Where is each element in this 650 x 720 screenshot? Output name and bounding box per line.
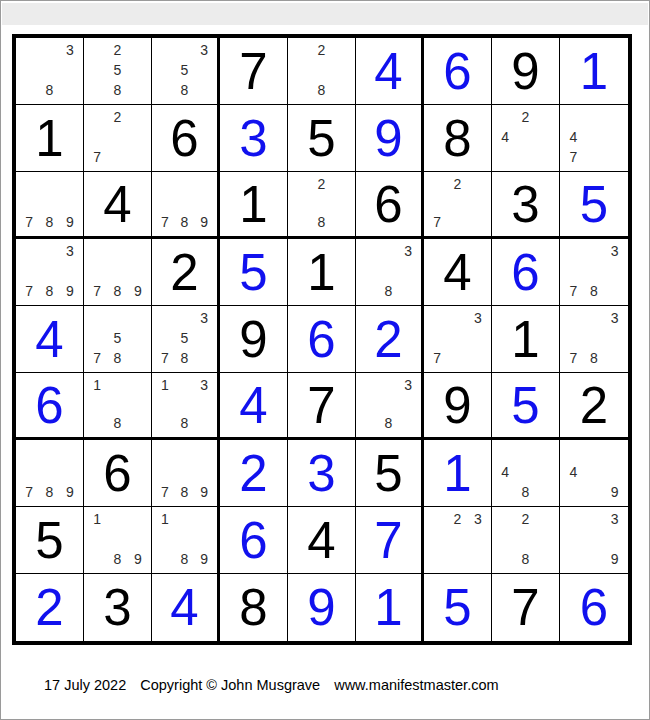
candidate-digit: 9 xyxy=(604,549,625,569)
cell-r5c2[interactable]: 578 xyxy=(84,306,152,373)
given-digit: 1 xyxy=(239,179,267,230)
cell-r2c2[interactable]: 27 xyxy=(84,105,152,172)
cell-r9c4[interactable]: 8 xyxy=(220,574,288,641)
solved-digit: 5 xyxy=(239,247,267,298)
cell-r4c8[interactable]: 6 xyxy=(492,239,560,306)
candidate-grid: 27 xyxy=(424,172,491,236)
candidate-digit: 7 xyxy=(155,213,175,232)
cell-r3c1[interactable]: 789 xyxy=(16,172,84,239)
cell-r6c5[interactable]: 7 xyxy=(288,373,356,440)
candidate-grid: 49 xyxy=(560,440,628,506)
cell-r5c9[interactable]: 378 xyxy=(560,306,628,373)
candidate-digit: 7 xyxy=(19,213,39,232)
candidate-grid: 39 xyxy=(560,507,628,573)
candidate-digit: 7 xyxy=(427,348,447,368)
candidate-digit: 1 xyxy=(87,509,107,529)
candidate-digit: 2 xyxy=(447,509,467,529)
candidate-digit: 1 xyxy=(155,375,175,394)
candidate-digit: 7 xyxy=(87,348,107,368)
candidate-grid: 189 xyxy=(152,507,217,573)
cell-r8c8[interactable]: 28 xyxy=(492,507,560,574)
candidate-digit: 7 xyxy=(19,482,39,502)
candidate-digit: 2 xyxy=(515,107,535,127)
candidate-grid: 48 xyxy=(492,440,559,506)
given-digit: 9 xyxy=(511,46,539,97)
cell-r3c7[interactable]: 27 xyxy=(424,172,492,239)
cell-r7c6[interactable]: 5 xyxy=(356,440,424,507)
cell-r9c5[interactable]: 9 xyxy=(288,574,356,641)
cell-r7c3[interactable]: 789 xyxy=(152,440,220,507)
solved-digit: 3 xyxy=(239,113,267,164)
solved-digit: 1 xyxy=(443,448,471,499)
candidate-grid: 38 xyxy=(16,38,83,104)
cell-r2c3[interactable]: 6 xyxy=(152,105,220,172)
candidate-digit: 9 xyxy=(128,549,148,569)
cell-r6c6[interactable]: 38 xyxy=(356,373,424,440)
candidate-digit: 8 xyxy=(39,482,59,502)
solved-digit: 2 xyxy=(239,448,267,499)
candidate-digit: 8 xyxy=(39,281,59,301)
candidate-digit: 8 xyxy=(107,281,127,301)
cell-r1c9[interactable]: 1 xyxy=(560,38,628,105)
candidate-digit: 3 xyxy=(194,308,214,328)
candidate-digit: 2 xyxy=(107,40,127,60)
candidate-grid: 28 xyxy=(288,38,355,104)
candidate-grid: 27 xyxy=(84,105,151,171)
candidate-grid: 789 xyxy=(152,172,217,236)
solved-digit: 4 xyxy=(239,380,267,431)
candidate-digit: 8 xyxy=(311,213,331,232)
candidate-digit: 3 xyxy=(398,375,418,394)
cell-r1c4[interactable]: 7 xyxy=(220,38,288,105)
cell-r4c7[interactable]: 4 xyxy=(424,239,492,306)
cell-r8c5[interactable]: 4 xyxy=(288,507,356,574)
candidate-digit: 7 xyxy=(87,281,107,301)
candidate-grid: 138 xyxy=(152,373,217,437)
candidate-digit: 1 xyxy=(87,375,107,394)
candidate-digit: 4 xyxy=(495,462,515,482)
candidate-digit: 9 xyxy=(60,482,80,502)
cell-r8c9[interactable]: 39 xyxy=(560,507,628,574)
cell-r5c7[interactable]: 37 xyxy=(424,306,492,373)
cell-r6c4[interactable]: 4 xyxy=(220,373,288,440)
cell-r1c1[interactable]: 38 xyxy=(16,38,84,105)
candidate-grid: 789 xyxy=(152,440,217,506)
candidate-digit: 5 xyxy=(175,328,195,348)
given-digit: 2 xyxy=(580,380,608,431)
candidate-grid: 789 xyxy=(16,440,83,506)
cell-r4c4[interactable]: 5 xyxy=(220,239,288,306)
cell-r1c8[interactable]: 9 xyxy=(492,38,560,105)
candidate-digit: 3 xyxy=(468,509,488,529)
cell-r4c3[interactable]: 2 xyxy=(152,239,220,306)
cell-r8c2[interactable]: 189 xyxy=(84,507,152,574)
candidate-grid: 378 xyxy=(560,306,628,372)
candidate-digit: 3 xyxy=(194,40,214,60)
candidate-digit: 5 xyxy=(107,60,127,80)
candidate-grid: 28 xyxy=(492,507,559,573)
cell-r8c6[interactable]: 7 xyxy=(356,507,424,574)
cell-r5c8[interactable]: 1 xyxy=(492,306,560,373)
cell-r1c3[interactable]: 358 xyxy=(152,38,220,105)
candidate-digit: 9 xyxy=(60,281,80,301)
candidate-digit: 8 xyxy=(107,549,127,569)
solved-digit: 2 xyxy=(35,582,63,633)
solved-digit: 2 xyxy=(374,314,402,365)
given-digit: 3 xyxy=(103,582,131,633)
cell-r5c5[interactable]: 6 xyxy=(288,306,356,373)
candidate-digit: 8 xyxy=(107,80,127,100)
candidate-digit: 4 xyxy=(495,127,515,147)
footer-copyright: Copyright © John Musgrave xyxy=(140,677,320,694)
cell-r5c4[interactable]: 9 xyxy=(220,306,288,373)
cell-r3c8[interactable]: 3 xyxy=(492,172,560,239)
candidate-digit: 3 xyxy=(194,375,214,394)
cell-r7c4[interactable]: 2 xyxy=(220,440,288,507)
cell-r8c7[interactable]: 23 xyxy=(424,507,492,574)
candidate-grid: 38 xyxy=(356,239,421,305)
cell-r6c8[interactable]: 5 xyxy=(492,373,560,440)
cell-r2c4[interactable]: 3 xyxy=(220,105,288,172)
cell-r9c7[interactable]: 5 xyxy=(424,574,492,641)
given-digit: 4 xyxy=(307,515,335,566)
candidate-digit: 7 xyxy=(563,281,584,301)
candidate-digit: 8 xyxy=(311,80,331,100)
candidate-grid: 3789 xyxy=(16,239,83,305)
candidate-digit: 7 xyxy=(87,147,107,167)
candidate-digit: 3 xyxy=(468,308,488,328)
candidate-digit: 8 xyxy=(175,482,195,502)
candidate-digit: 9 xyxy=(194,482,214,502)
candidate-digit: 3 xyxy=(604,509,625,529)
candidate-digit: 2 xyxy=(311,40,331,60)
footer-date: 17 July 2022 xyxy=(44,677,126,694)
candidate-digit: 8 xyxy=(175,348,195,368)
solved-digit: 7 xyxy=(374,515,402,566)
cell-r2c1[interactable]: 1 xyxy=(16,105,84,172)
cell-r9c8[interactable]: 7 xyxy=(492,574,560,641)
header-strip xyxy=(2,3,648,25)
given-digit: 2 xyxy=(170,247,198,298)
candidate-digit: 7 xyxy=(155,482,175,502)
solved-digit: 6 xyxy=(443,46,471,97)
candidate-digit: 8 xyxy=(39,213,59,232)
given-digit: 9 xyxy=(239,314,267,365)
candidate-grid: 37 xyxy=(424,306,491,372)
cell-r2c7[interactable]: 8 xyxy=(424,105,492,172)
solved-digit: 6 xyxy=(580,582,608,633)
cell-r1c5[interactable]: 28 xyxy=(288,38,356,105)
sudoku-board: 3825835872846911276359824477894789128627… xyxy=(12,34,632,645)
given-digit: 5 xyxy=(35,515,63,566)
sudoku-page: 3825835872846911276359824477894789128627… xyxy=(0,0,650,720)
candidate-digit: 7 xyxy=(427,213,447,232)
cell-r3c4[interactable]: 1 xyxy=(220,172,288,239)
candidate-digit: 8 xyxy=(175,213,195,232)
candidate-digit: 3 xyxy=(604,308,625,328)
given-digit: 6 xyxy=(374,179,402,230)
candidate-grid: 258 xyxy=(84,38,151,104)
given-digit: 1 xyxy=(511,314,539,365)
given-digit: 9 xyxy=(443,380,471,431)
candidate-digit: 3 xyxy=(604,241,625,261)
cell-r7c8[interactable]: 48 xyxy=(492,440,560,507)
candidate-digit: 9 xyxy=(194,549,214,569)
candidate-grid: 38 xyxy=(356,373,421,437)
cell-r4c2[interactable]: 789 xyxy=(84,239,152,306)
candidate-digit: 3 xyxy=(398,241,418,261)
given-digit: 7 xyxy=(307,380,335,431)
candidate-digit: 9 xyxy=(60,213,80,232)
solved-digit: 3 xyxy=(307,448,335,499)
cell-r5c6[interactable]: 2 xyxy=(356,306,424,373)
cell-r7c5[interactable]: 3 xyxy=(288,440,356,507)
cell-r6c9[interactable]: 2 xyxy=(560,373,628,440)
cell-r8c1[interactable]: 5 xyxy=(16,507,84,574)
candidate-grid: 189 xyxy=(84,507,151,573)
given-digit: 1 xyxy=(35,113,63,164)
candidate-digit: 8 xyxy=(175,80,195,100)
given-digit: 6 xyxy=(103,448,131,499)
solved-digit: 5 xyxy=(580,179,608,230)
cell-r7c2[interactable]: 6 xyxy=(84,440,152,507)
solved-digit: 6 xyxy=(307,314,335,365)
candidate-digit: 3 xyxy=(60,40,80,60)
cell-r9c3[interactable]: 4 xyxy=(152,574,220,641)
candidate-digit: 7 xyxy=(563,147,584,167)
candidate-digit: 5 xyxy=(175,60,195,80)
cell-r2c8[interactable]: 24 xyxy=(492,105,560,172)
cell-r9c6[interactable]: 1 xyxy=(356,574,424,641)
cell-r7c7[interactable]: 1 xyxy=(424,440,492,507)
solved-digit: 9 xyxy=(374,113,402,164)
candidate-digit: 8 xyxy=(175,414,195,433)
candidate-digit: 1 xyxy=(155,509,175,529)
candidate-digit: 8 xyxy=(107,414,127,433)
cell-r4c5[interactable]: 1 xyxy=(288,239,356,306)
candidate-digit: 2 xyxy=(515,509,535,529)
solved-digit: 6 xyxy=(239,515,267,566)
given-digit: 8 xyxy=(443,113,471,164)
candidate-grid: 47 xyxy=(560,105,628,171)
cell-r7c9[interactable]: 49 xyxy=(560,440,628,507)
candidate-grid: 28 xyxy=(288,172,355,236)
footer: 17 July 2022 Copyright © John Musgrave w… xyxy=(44,677,499,694)
candidate-digit: 9 xyxy=(128,281,148,301)
candidate-digit: 3 xyxy=(60,241,80,261)
candidate-grid: 578 xyxy=(84,306,151,372)
footer-website: www.manifestmaster.com xyxy=(334,677,498,694)
cell-r3c2[interactable]: 4 xyxy=(84,172,152,239)
candidate-digit: 8 xyxy=(39,80,59,100)
cell-r1c7[interactable]: 6 xyxy=(424,38,492,105)
candidate-grid: 3578 xyxy=(152,306,217,372)
solved-digit: 4 xyxy=(170,582,198,633)
cell-r1c6[interactable]: 4 xyxy=(356,38,424,105)
cell-r6c2[interactable]: 18 xyxy=(84,373,152,440)
cell-r9c2[interactable]: 3 xyxy=(84,574,152,641)
cell-r8c3[interactable]: 189 xyxy=(152,507,220,574)
candidate-digit: 2 xyxy=(107,107,127,127)
cell-r3c3[interactable]: 789 xyxy=(152,172,220,239)
cell-r3c6[interactable]: 6 xyxy=(356,172,424,239)
given-digit: 6 xyxy=(170,113,198,164)
candidate-digit: 8 xyxy=(515,482,535,502)
candidate-grid: 23 xyxy=(424,507,491,573)
candidate-digit: 7 xyxy=(155,348,175,368)
solved-digit: 1 xyxy=(580,46,608,97)
solved-digit: 5 xyxy=(443,582,471,633)
candidate-digit: 5 xyxy=(107,328,127,348)
cell-r9c9[interactable]: 6 xyxy=(560,574,628,641)
cell-r1c2[interactable]: 258 xyxy=(84,38,152,105)
solved-digit: 4 xyxy=(35,314,63,365)
given-digit: 4 xyxy=(103,179,131,230)
cell-r4c6[interactable]: 38 xyxy=(356,239,424,306)
cell-r9c1[interactable]: 2 xyxy=(16,574,84,641)
given-digit: 7 xyxy=(511,582,539,633)
candidate-grid: 789 xyxy=(84,239,151,305)
solved-digit: 1 xyxy=(374,582,402,633)
candidate-digit: 8 xyxy=(175,549,195,569)
given-digit: 5 xyxy=(307,113,335,164)
cell-r5c3[interactable]: 3578 xyxy=(152,306,220,373)
cell-r3c9[interactable]: 5 xyxy=(560,172,628,239)
cell-r2c6[interactable]: 9 xyxy=(356,105,424,172)
candidate-grid: 24 xyxy=(492,105,559,171)
candidate-digit: 9 xyxy=(604,482,625,502)
solved-digit: 6 xyxy=(35,380,63,431)
candidate-grid: 358 xyxy=(152,38,217,104)
cell-r7c1[interactable]: 789 xyxy=(16,440,84,507)
candidate-digit: 2 xyxy=(311,174,331,193)
given-digit: 7 xyxy=(239,46,267,97)
cell-r5c1[interactable]: 4 xyxy=(16,306,84,373)
solved-digit: 4 xyxy=(374,46,402,97)
candidate-grid: 789 xyxy=(16,172,83,236)
given-digit: 1 xyxy=(307,247,335,298)
cell-r6c7[interactable]: 9 xyxy=(424,373,492,440)
solved-digit: 6 xyxy=(511,247,539,298)
candidate-digit: 4 xyxy=(563,127,584,147)
cell-r6c1[interactable]: 6 xyxy=(16,373,84,440)
given-digit: 8 xyxy=(239,582,267,633)
cell-r4c1[interactable]: 3789 xyxy=(16,239,84,306)
given-digit: 5 xyxy=(374,448,402,499)
cell-r3c5[interactable]: 28 xyxy=(288,172,356,239)
candidate-digit: 8 xyxy=(515,549,535,569)
candidate-digit: 2 xyxy=(447,174,467,193)
solved-digit: 9 xyxy=(307,582,335,633)
candidate-grid: 18 xyxy=(84,373,151,437)
cell-r2c9[interactable]: 47 xyxy=(560,105,628,172)
candidate-digit: 9 xyxy=(194,213,214,232)
candidate-digit: 8 xyxy=(584,348,605,368)
candidate-digit: 8 xyxy=(379,281,399,301)
cell-r8c4[interactable]: 6 xyxy=(220,507,288,574)
candidate-digit: 8 xyxy=(107,348,127,368)
solved-digit: 5 xyxy=(511,380,539,431)
candidate-digit: 4 xyxy=(563,462,584,482)
candidate-digit: 7 xyxy=(19,281,39,301)
candidate-grid: 378 xyxy=(560,239,628,305)
cell-r2c5[interactable]: 5 xyxy=(288,105,356,172)
given-digit: 4 xyxy=(443,247,471,298)
cell-r6c3[interactable]: 138 xyxy=(152,373,220,440)
candidate-digit: 8 xyxy=(379,414,399,433)
candidate-digit: 8 xyxy=(584,281,605,301)
candidate-digit: 7 xyxy=(563,348,584,368)
cell-r4c9[interactable]: 378 xyxy=(560,239,628,306)
given-digit: 3 xyxy=(511,179,539,230)
